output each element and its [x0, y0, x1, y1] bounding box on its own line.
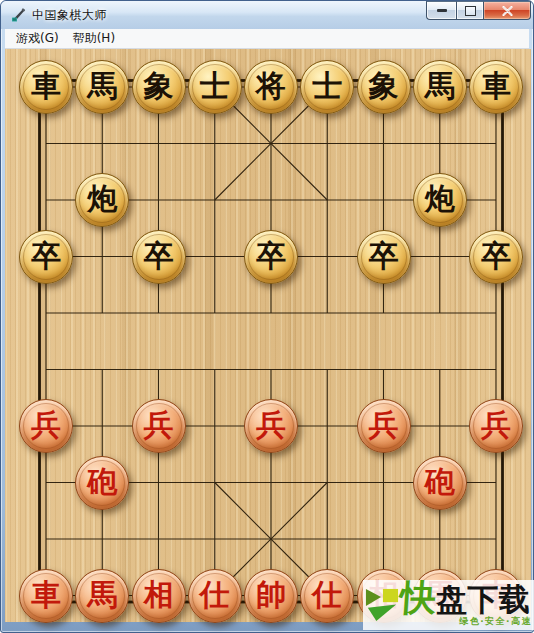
- piece-label: 相: [144, 580, 174, 610]
- piece-label: 炮: [425, 184, 455, 214]
- piece-black-chariot[interactable]: 車: [19, 60, 73, 114]
- piece-label: 帥: [256, 580, 286, 610]
- close-icon: [502, 6, 513, 16]
- piece-black-soldier[interactable]: 卒: [357, 230, 411, 284]
- piece-label: 士: [312, 71, 342, 101]
- piece-red-cannon[interactable]: 砲: [413, 456, 467, 510]
- watermark-brand-green: 快: [399, 582, 437, 614]
- watermark-tagline: 绿色·安全·高速: [459, 615, 532, 628]
- piece-black-advisor[interactable]: 士: [188, 60, 242, 114]
- piece-label: 卒: [144, 241, 174, 271]
- window-controls: [426, 1, 531, 20]
- menu-help[interactable]: 帮助(H): [66, 28, 122, 49]
- menubar: 游戏(G) 帮助(H): [5, 29, 529, 49]
- piece-label: 卒: [481, 241, 511, 271]
- piece-black-elephant[interactable]: 象: [357, 60, 411, 114]
- piece-black-advisor[interactable]: 士: [300, 60, 354, 114]
- piece-label: 卒: [256, 241, 286, 271]
- piece-black-soldier[interactable]: 卒: [244, 230, 298, 284]
- menu-game[interactable]: 游戏(G): [9, 28, 66, 49]
- piece-black-horse[interactable]: 馬: [413, 60, 467, 114]
- piece-black-horse[interactable]: 馬: [75, 60, 129, 114]
- piece-label: 将: [256, 71, 286, 101]
- app-window: 中国象棋大师 游戏(G) 帮助(H): [0, 0, 534, 633]
- piece-label: 仕: [200, 580, 230, 610]
- piece-label: 士: [200, 71, 230, 101]
- maximize-button[interactable]: [456, 1, 484, 20]
- piece-label: 兵: [31, 410, 61, 440]
- watermark: 快 盘下载 绿色·安全·高速: [363, 580, 534, 630]
- piece-label: 車: [481, 71, 511, 101]
- piece-black-cannon[interactable]: 炮: [413, 173, 467, 227]
- piece-red-chariot[interactable]: 車: [19, 569, 73, 623]
- piece-red-general[interactable]: 帥: [244, 569, 298, 623]
- maximize-icon: [465, 6, 476, 16]
- piece-black-soldier[interactable]: 卒: [469, 230, 523, 284]
- piece-red-advisor[interactable]: 仕: [300, 569, 354, 623]
- piece-red-soldier[interactable]: 兵: [469, 399, 523, 453]
- piece-black-general[interactable]: 将: [244, 60, 298, 114]
- watermark-brand-black: 盘下载: [436, 585, 531, 614]
- piece-label: 砲: [87, 467, 117, 497]
- titlebar[interactable]: 中国象棋大师: [1, 1, 533, 29]
- piece-black-cannon[interactable]: 炮: [75, 173, 129, 227]
- piece-label: 車: [31, 71, 61, 101]
- piece-label: 馬: [87, 580, 117, 610]
- piece-label: 仕: [312, 580, 342, 610]
- piece-label: 象: [144, 71, 174, 101]
- piece-label: 兵: [369, 410, 399, 440]
- minimize-icon: [437, 9, 447, 12]
- piece-black-soldier[interactable]: 卒: [132, 230, 186, 284]
- piece-red-horse[interactable]: 馬: [75, 569, 129, 623]
- piece-red-soldier[interactable]: 兵: [357, 399, 411, 453]
- xiangqi-board[interactable]: 車馬象士将士象馬車炮炮卒卒卒卒卒兵兵兵兵兵砲砲車馬相仕帥仕相馬車: [5, 49, 531, 622]
- piece-black-soldier[interactable]: 卒: [19, 230, 73, 284]
- piece-red-advisor[interactable]: 仕: [188, 569, 242, 623]
- minimize-button[interactable]: [426, 1, 456, 20]
- piece-red-soldier[interactable]: 兵: [19, 399, 73, 453]
- piece-black-chariot[interactable]: 車: [469, 60, 523, 114]
- watermark-logo-icon: [365, 588, 399, 622]
- piece-label: 象: [369, 71, 399, 101]
- piece-label: 兵: [144, 410, 174, 440]
- piece-label: 兵: [256, 410, 286, 440]
- piece-label: 馬: [425, 71, 455, 101]
- piece-label: 兵: [481, 410, 511, 440]
- piece-label: 炮: [87, 184, 117, 214]
- piece-red-soldier[interactable]: 兵: [244, 399, 298, 453]
- piece-black-elephant[interactable]: 象: [132, 60, 186, 114]
- piece-label: 卒: [369, 241, 399, 271]
- close-button[interactable]: [484, 1, 531, 20]
- piece-red-soldier[interactable]: 兵: [132, 399, 186, 453]
- app-icon[interactable]: [10, 7, 26, 23]
- piece-label: 馬: [87, 71, 117, 101]
- piece-label: 車: [31, 580, 61, 610]
- piece-label: 卒: [31, 241, 61, 271]
- piece-red-cannon[interactable]: 砲: [75, 456, 129, 510]
- piece-red-elephant[interactable]: 相: [132, 569, 186, 623]
- window-title: 中国象棋大师: [32, 7, 107, 24]
- watermark-text: 快 盘下载 绿色·安全·高速: [400, 582, 532, 628]
- piece-label: 砲: [425, 467, 455, 497]
- piece-grid: 車馬象士将士象馬車炮炮卒卒卒卒卒兵兵兵兵兵砲砲車馬相仕帥仕相馬車: [18, 59, 524, 624]
